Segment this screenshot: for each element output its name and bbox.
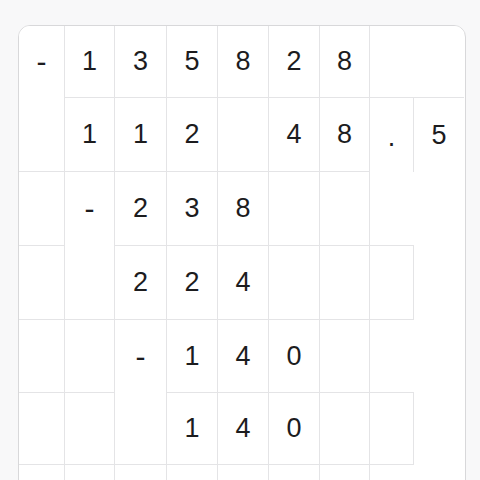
empty-cell-r5c8[interactable] <box>370 320 414 393</box>
digit-cell-r1c2[interactable]: 1 <box>65 26 115 98</box>
empty-cell-r3c8[interactable] <box>370 172 414 246</box>
digit-cell-r1c7[interactable]: 8 <box>320 26 370 98</box>
digit-cell-r5c4[interactable]: 1 <box>167 320 218 393</box>
empty-cell-r6c3[interactable] <box>115 393 167 465</box>
empty-cell-r6c7[interactable] <box>320 393 370 465</box>
decimal-point-cell-r2c8[interactable]: . <box>370 98 414 172</box>
empty-cell-r2c1[interactable] <box>19 98 65 172</box>
digit-cell-r2c6[interactable]: 4 <box>269 98 320 172</box>
empty-cell-r7c2[interactable] <box>65 465 115 480</box>
empty-cell-r1c8[interactable] <box>370 26 464 98</box>
digit-cell-r2c4[interactable]: 2 <box>167 98 218 172</box>
empty-cell-r3c7[interactable] <box>320 172 370 246</box>
empty-cell-r5c7[interactable] <box>320 320 370 393</box>
digit-cell-r3c4[interactable]: 3 <box>167 172 218 246</box>
empty-cell-r6c1[interactable] <box>19 393 65 465</box>
empty-cell-r4c7[interactable] <box>320 246 370 320</box>
digit-cell-r3c3[interactable]: 2 <box>115 172 167 246</box>
empty-cell-r3c1[interactable] <box>19 172 65 246</box>
empty-cell-r5c1[interactable] <box>19 320 65 393</box>
digit-cell-r1c5[interactable]: 8 <box>218 26 269 98</box>
empty-cell-r5c2[interactable] <box>65 320 115 393</box>
empty-cell-r3c9[interactable] <box>414 172 464 246</box>
empty-cell-r7c4[interactable] <box>167 465 218 480</box>
digit-cell-r4c4[interactable]: 2 <box>167 246 218 320</box>
minus-cell-r1c1[interactable]: - <box>19 26 65 98</box>
empty-cell-r7c3[interactable] <box>115 465 167 480</box>
minus-cell-r5c3[interactable]: - <box>115 320 167 393</box>
empty-cell-r7c6[interactable] <box>269 465 320 480</box>
empty-cell-r6c2[interactable] <box>65 393 115 465</box>
empty-cell-r4c6[interactable] <box>269 246 320 320</box>
digit-cell-r2c7[interactable]: 8 <box>320 98 370 172</box>
empty-cell-r7c8[interactable] <box>370 465 414 480</box>
empty-cell-r6c8[interactable] <box>370 393 414 465</box>
empty-cell-r3c6[interactable] <box>269 172 320 246</box>
empty-cell-r2c5[interactable] <box>218 98 269 172</box>
empty-cell-r7c1[interactable] <box>19 465 65 480</box>
empty-cell-r4c8[interactable] <box>370 246 414 320</box>
empty-cell-r5c9[interactable] <box>414 320 464 393</box>
digit-cell-r2c2[interactable]: 1 <box>65 98 115 172</box>
digit-cell-r6c4[interactable]: 1 <box>167 393 218 465</box>
division-grid: -13582811248.5-238224-140140 <box>19 26 464 480</box>
digit-cell-r5c5[interactable]: 4 <box>218 320 269 393</box>
page-background: -13582811248.5-238224-140140 <box>0 0 480 480</box>
digit-cell-r6c6[interactable]: 0 <box>269 393 320 465</box>
digit-cell-r6c5[interactable]: 4 <box>218 393 269 465</box>
digit-cell-r1c6[interactable]: 2 <box>269 26 320 98</box>
digit-cell-r3c5[interactable]: 8 <box>218 172 269 246</box>
digit-cell-r1c4[interactable]: 5 <box>167 26 218 98</box>
empty-cell-r7c7[interactable] <box>320 465 370 480</box>
digit-cell-r1c3[interactable]: 3 <box>115 26 167 98</box>
digit-cell-r5c6[interactable]: 0 <box>269 320 320 393</box>
empty-cell-r7c9[interactable] <box>414 465 464 480</box>
minus-cell-r3c2[interactable]: - <box>65 172 115 246</box>
digit-cell-r2c3[interactable]: 1 <box>115 98 167 172</box>
empty-cell-r4c1[interactable] <box>19 246 65 320</box>
division-worksheet-card: -13582811248.5-238224-140140 <box>18 25 466 480</box>
empty-cell-r7c5[interactable] <box>218 465 269 480</box>
empty-cell-r6c9[interactable] <box>414 393 464 465</box>
digit-cell-r4c5[interactable]: 4 <box>218 246 269 320</box>
digit-cell-r2c9[interactable]: 5 <box>414 98 464 172</box>
digit-cell-r4c3[interactable]: 2 <box>115 246 167 320</box>
empty-cell-r4c9[interactable] <box>414 246 464 320</box>
empty-cell-r4c2[interactable] <box>65 246 115 320</box>
